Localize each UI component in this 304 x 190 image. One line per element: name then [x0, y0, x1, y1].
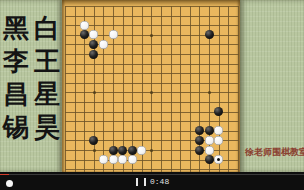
classroom-watermark: 徐老师围棋教室 — [245, 146, 304, 159]
progress-track[interactable] — [0, 174, 304, 175]
time-label: 0:48 — [150, 177, 169, 186]
board-grid-line-h — [65, 121, 239, 122]
white-stone — [128, 155, 137, 164]
board-grid-line-v — [219, 6, 220, 172]
board-grid-line-h — [65, 169, 239, 170]
black-stone — [89, 40, 98, 49]
white-stone — [214, 155, 223, 164]
player-name-char: 昌 — [1, 78, 31, 111]
black-stone — [195, 126, 204, 135]
board-grid-line-v — [171, 6, 172, 172]
player-name-char: 白 — [32, 12, 62, 45]
video-frame: 黑李昌锡 白王星昊 徐老师围棋教室 0:48 — [0, 0, 304, 190]
black-stone — [89, 136, 98, 145]
player-name-char: 锡 — [1, 111, 31, 144]
white-stone — [89, 30, 98, 39]
go-board — [62, 0, 240, 172]
black-stone — [214, 107, 223, 116]
white-stone — [109, 155, 118, 164]
white-stone — [205, 146, 214, 155]
player-name-char: 王 — [32, 45, 62, 78]
white-stone — [109, 30, 118, 39]
black-stone — [205, 30, 214, 39]
white-player-name: 白王星昊 — [32, 12, 62, 144]
black-stone — [89, 50, 98, 59]
player-name-char: 黑 — [1, 12, 31, 45]
board-grid-line-v — [65, 6, 66, 172]
board-grid-line-v — [228, 6, 229, 172]
board-grid-line-v — [180, 6, 181, 172]
star-point — [208, 91, 211, 94]
player-name-char: 星 — [32, 78, 62, 111]
pause-icon[interactable] — [136, 178, 146, 186]
black-stone — [128, 146, 137, 155]
black-stone — [80, 30, 89, 39]
white-stone — [99, 40, 108, 49]
board-grid-line-v — [190, 6, 191, 172]
black-stone — [205, 155, 214, 164]
black-player-name: 黑李昌锡 — [1, 12, 31, 144]
player-name-char: 李 — [1, 45, 31, 78]
player-name-char: 昊 — [32, 111, 62, 144]
board-grid-line-v — [238, 6, 239, 172]
progress-played — [0, 174, 9, 175]
board-grid-line-v — [75, 6, 76, 172]
white-stone — [214, 136, 223, 145]
board-grid-line-v — [151, 6, 152, 172]
white-stone — [205, 136, 214, 145]
white-stone — [137, 146, 146, 155]
white-stone — [99, 155, 108, 164]
white-stone — [214, 126, 223, 135]
white-stone — [118, 155, 127, 164]
last-move-marker — [217, 158, 220, 161]
white-stone — [80, 21, 89, 30]
star-point — [150, 34, 153, 37]
board-grid-line-v — [103, 6, 104, 172]
board-grid-line-v — [161, 6, 162, 172]
board-grid-line-h — [65, 102, 239, 103]
black-stone — [195, 136, 204, 145]
black-stone — [205, 126, 214, 135]
video-control-bar: 0:48 — [0, 172, 304, 190]
scrubber-knob[interactable] — [6, 180, 13, 187]
star-point — [93, 91, 96, 94]
left-player-panel: 黑李昌锡 白王星昊 — [0, 0, 62, 172]
board-grid-line-h — [65, 112, 239, 113]
star-point — [93, 149, 96, 152]
star-point — [150, 91, 153, 94]
black-stone — [118, 146, 127, 155]
star-point — [150, 149, 153, 152]
black-stone — [195, 146, 204, 155]
black-stone — [109, 146, 118, 155]
